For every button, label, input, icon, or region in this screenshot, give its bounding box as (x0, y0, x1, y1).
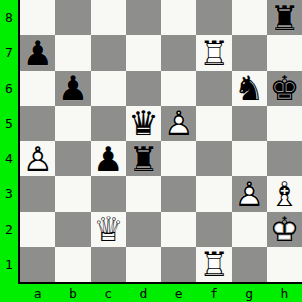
square-b5[interactable] (55, 106, 90, 141)
square-d5[interactable]: ♛ (126, 106, 161, 141)
bishop-outline: ♗ (269, 177, 299, 211)
chess-board[interactable]: ♜♟♜♖♟♞♚♛♟♙♟♙♟♜♟♙♝♗♛♕♚♔♜♖ (20, 0, 302, 282)
black-knight-piece[interactable]: ♞ (232, 71, 267, 106)
rank-label-1: 1 (0, 247, 18, 282)
black-rook-piece[interactable]: ♜ (126, 141, 161, 176)
square-a6[interactable] (20, 71, 55, 106)
white-bishop-piece[interactable]: ♝♗ (267, 176, 302, 211)
rank-label-6: 6 (0, 71, 18, 106)
file-labels: abcdefgh (20, 284, 302, 302)
square-h6[interactable]: ♚ (267, 71, 302, 106)
square-e7[interactable] (161, 35, 196, 70)
white-king-piece[interactable]: ♚♔ (267, 212, 302, 247)
square-e1[interactable] (161, 247, 196, 282)
square-f8[interactable] (196, 0, 231, 35)
rank-label-4: 4 (0, 141, 18, 176)
pawn-outline: ♙ (22, 142, 52, 176)
square-c8[interactable] (91, 0, 126, 35)
square-e4[interactable] (161, 141, 196, 176)
square-c7[interactable] (91, 35, 126, 70)
square-d7[interactable] (126, 35, 161, 70)
black-king-piece[interactable]: ♚ (267, 71, 302, 106)
square-f4[interactable] (196, 141, 231, 176)
queen-glyph: ♛ (128, 106, 158, 140)
file-label-d: d (126, 284, 161, 302)
square-c2[interactable]: ♛♕ (91, 212, 126, 247)
square-f5[interactable] (196, 106, 231, 141)
knight-glyph: ♞ (234, 71, 264, 105)
square-a4[interactable]: ♟♙ (20, 141, 55, 176)
king-glyph: ♚ (269, 71, 299, 105)
square-g2[interactable] (232, 212, 267, 247)
square-b6[interactable]: ♟ (55, 71, 90, 106)
square-b2[interactable] (55, 212, 90, 247)
square-g6[interactable]: ♞ (232, 71, 267, 106)
square-h1[interactable] (267, 247, 302, 282)
file-label-c: c (91, 284, 126, 302)
pawn-glyph: ♟ (22, 36, 52, 70)
square-f1[interactable]: ♜♖ (196, 247, 231, 282)
rook-glyph: ♜ (269, 1, 299, 35)
white-pawn-piece[interactable]: ♟♙ (232, 176, 267, 211)
square-e5[interactable]: ♟♙ (161, 106, 196, 141)
square-h2[interactable]: ♚♔ (267, 212, 302, 247)
square-g5[interactable] (232, 106, 267, 141)
square-b3[interactable] (55, 176, 90, 211)
square-h5[interactable] (267, 106, 302, 141)
rook-outline: ♖ (199, 247, 229, 281)
rank-label-5: 5 (0, 106, 18, 141)
king-outline: ♔ (269, 212, 299, 246)
square-d4[interactable]: ♜ (126, 141, 161, 176)
square-e2[interactable] (161, 212, 196, 247)
square-f6[interactable] (196, 71, 231, 106)
square-a8[interactable] (20, 0, 55, 35)
square-a1[interactable] (20, 247, 55, 282)
square-g3[interactable]: ♟♙ (232, 176, 267, 211)
square-c1[interactable] (91, 247, 126, 282)
black-pawn-piece[interactable]: ♟ (55, 71, 90, 106)
rook-outline: ♖ (199, 36, 229, 70)
chess-board-screenshot: 87654321 ♜♟♜♖♟♞♚♛♟♙♟♙♟♜♟♙♝♗♛♕♚♔♜♖ abcdef… (0, 0, 302, 302)
square-c4[interactable]: ♟ (91, 141, 126, 176)
square-h8[interactable]: ♜ (267, 0, 302, 35)
file-label-g: g (232, 284, 267, 302)
square-c3[interactable] (91, 176, 126, 211)
square-b7[interactable] (55, 35, 90, 70)
square-h4[interactable] (267, 141, 302, 176)
square-f2[interactable] (196, 212, 231, 247)
rank-label-2: 2 (0, 212, 18, 247)
square-a7[interactable]: ♟ (20, 35, 55, 70)
square-h7[interactable] (267, 35, 302, 70)
square-f3[interactable] (196, 176, 231, 211)
board-border: ♜♟♜♖♟♞♚♛♟♙♟♙♟♜♟♙♝♗♛♕♚♔♜♖ (18, 0, 302, 284)
square-e8[interactable] (161, 0, 196, 35)
square-e3[interactable] (161, 176, 196, 211)
square-g4[interactable] (232, 141, 267, 176)
square-e6[interactable] (161, 71, 196, 106)
rank-labels: 87654321 (0, 0, 18, 282)
white-pawn-piece[interactable]: ♟♙ (161, 106, 196, 141)
white-rook-piece[interactable]: ♜♖ (196, 35, 231, 70)
black-pawn-piece[interactable]: ♟ (20, 35, 55, 70)
square-d8[interactable] (126, 0, 161, 35)
rook-glyph: ♜ (128, 142, 158, 176)
square-b1[interactable] (55, 247, 90, 282)
square-b4[interactable] (55, 141, 90, 176)
pawn-glyph: ♟ (58, 71, 88, 105)
square-c5[interactable] (91, 106, 126, 141)
square-g8[interactable] (232, 0, 267, 35)
pawn-outline: ♙ (234, 177, 264, 211)
square-c6[interactable] (91, 71, 126, 106)
black-queen-piece[interactable]: ♛ (126, 106, 161, 141)
square-h3[interactable]: ♝♗ (267, 176, 302, 211)
white-pawn-piece[interactable]: ♟♙ (20, 141, 55, 176)
queen-outline: ♕ (93, 212, 123, 246)
black-rook-piece[interactable]: ♜ (267, 0, 302, 35)
file-label-f: f (196, 284, 231, 302)
square-g7[interactable] (232, 35, 267, 70)
square-a3[interactable] (20, 176, 55, 211)
square-f7[interactable]: ♜♖ (196, 35, 231, 70)
black-pawn-piece[interactable]: ♟ (91, 141, 126, 176)
square-d3[interactable] (126, 176, 161, 211)
square-d6[interactable] (126, 71, 161, 106)
square-d1[interactable] (126, 247, 161, 282)
file-label-e: e (161, 284, 196, 302)
rank-label-8: 8 (0, 0, 18, 35)
pawn-glyph: ♟ (93, 142, 123, 176)
file-label-a: a (20, 284, 55, 302)
square-a5[interactable] (20, 106, 55, 141)
white-queen-piece[interactable]: ♛♕ (91, 212, 126, 247)
square-d2[interactable] (126, 212, 161, 247)
square-a2[interactable] (20, 212, 55, 247)
rank-label-7: 7 (0, 35, 18, 70)
square-b8[interactable] (55, 0, 90, 35)
rank-label-3: 3 (0, 176, 18, 211)
square-g1[interactable] (232, 247, 267, 282)
pawn-outline: ♙ (163, 106, 193, 140)
file-label-h: h (267, 284, 302, 302)
white-rook-piece[interactable]: ♜♖ (196, 247, 231, 282)
file-label-b: b (55, 284, 90, 302)
